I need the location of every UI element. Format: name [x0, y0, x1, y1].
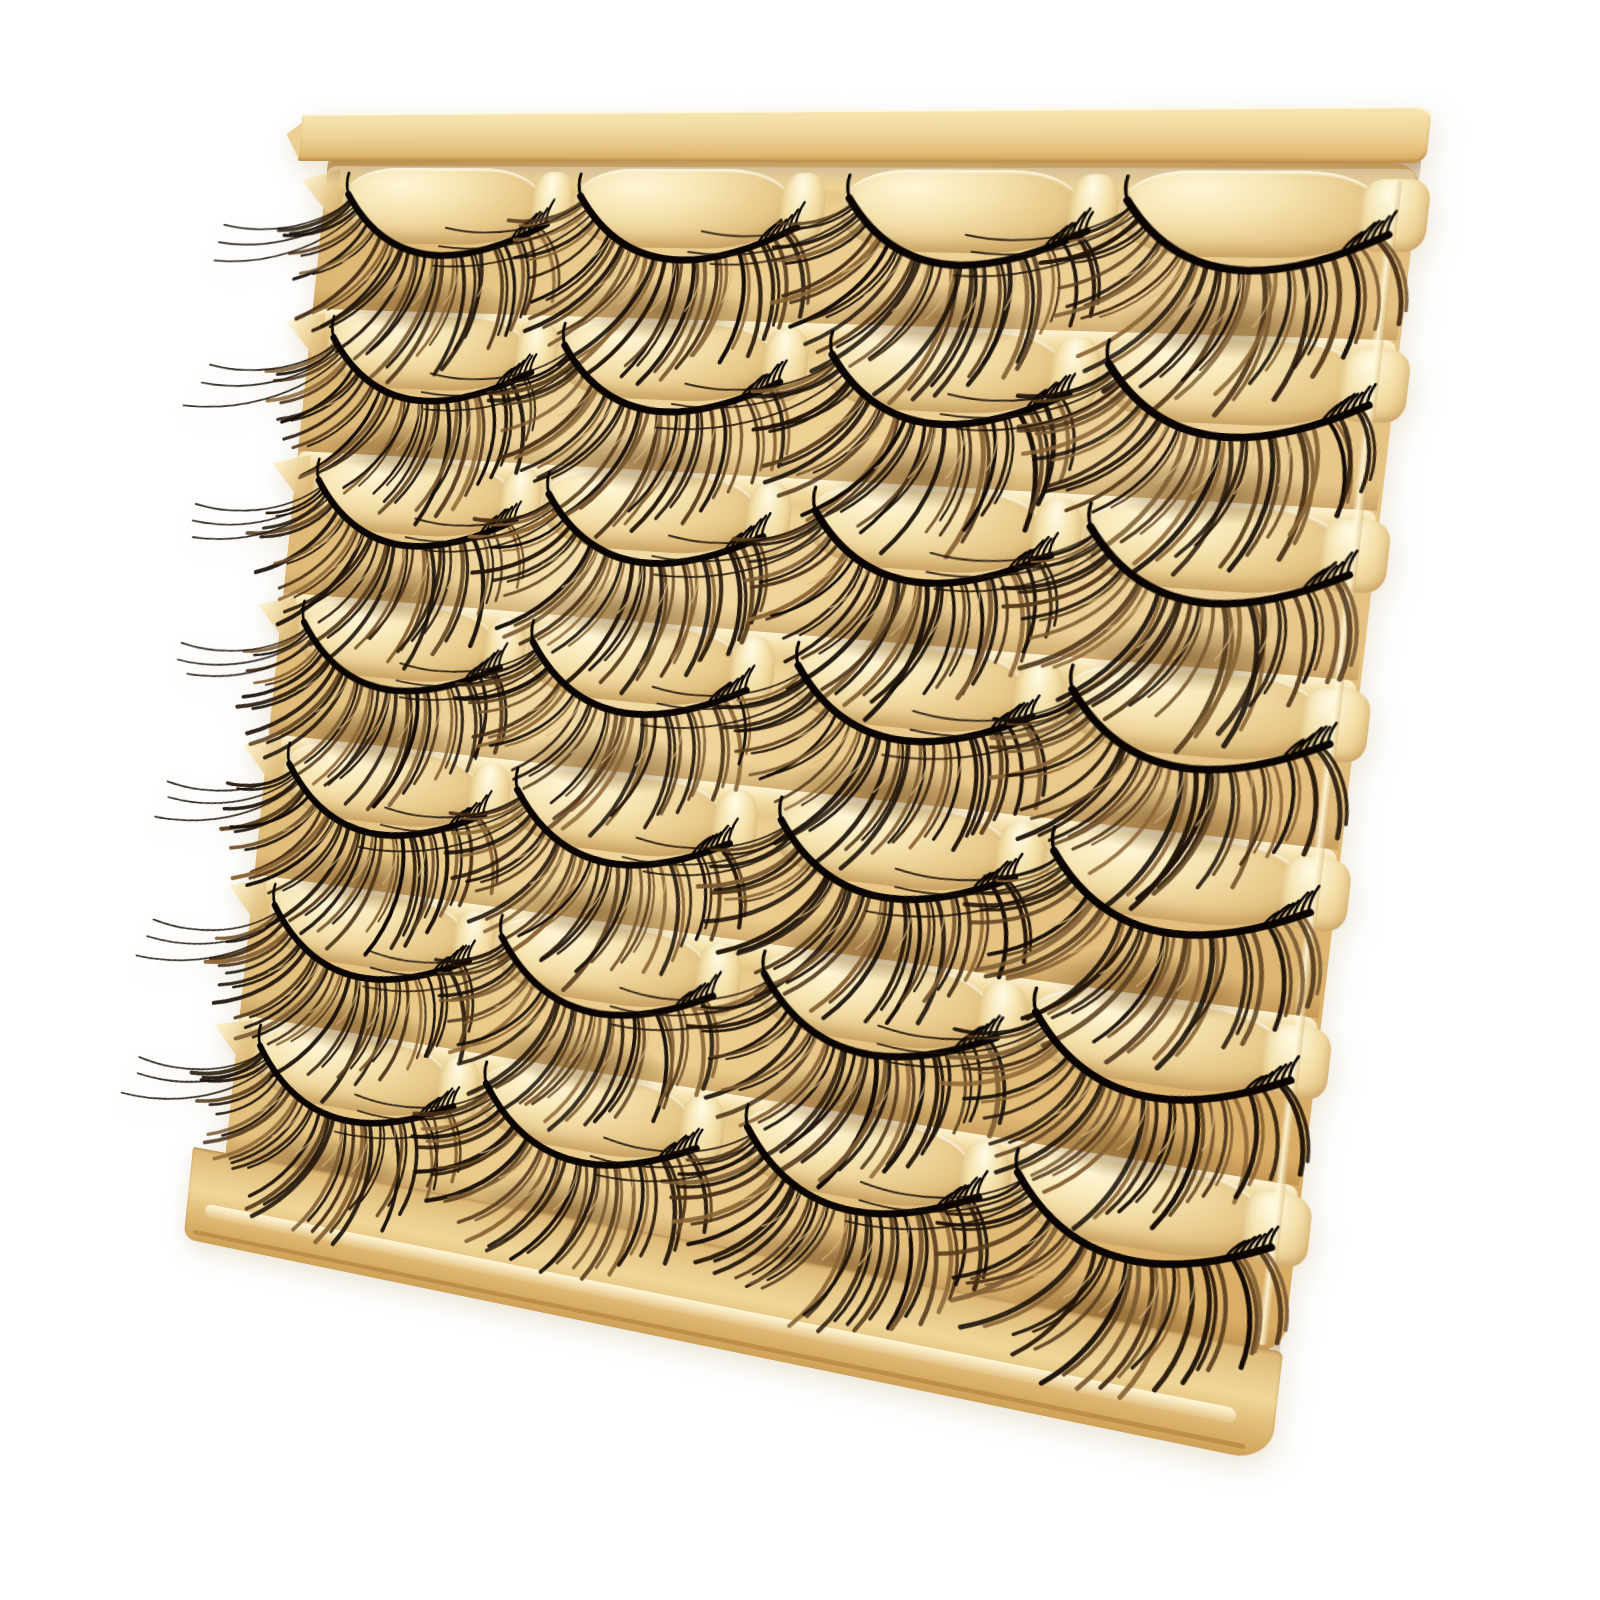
- lash-tray: [180, 106, 1430, 1468]
- tray-top-flange: [298, 106, 1433, 163]
- tray-row: [313, 166, 1421, 340]
- product-photo-stage: [0, 0, 1600, 1600]
